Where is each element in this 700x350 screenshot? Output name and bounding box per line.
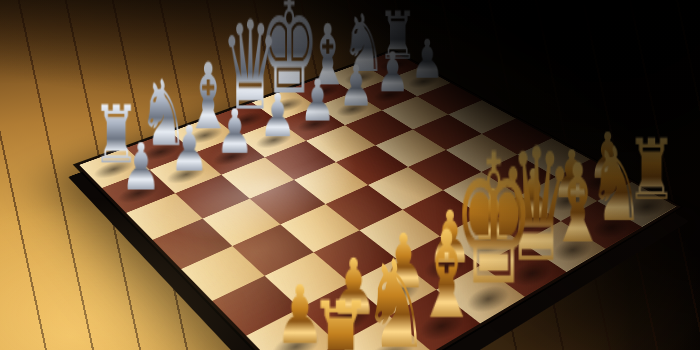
piece-gold-rook: ♜ (234, 295, 448, 350)
board-3d-scene: ♜♞♝♛♚♝♞♜♟♟♟♟♟♟♟♟♟♟♟♟♟♟♟♟♜♞♝♚♛♝♞♜ (0, 0, 700, 350)
cell-r8c1: ♜ (282, 346, 381, 350)
chess-board: ♜♞♝♛♚♝♞♜♟♟♟♟♟♟♟♟♟♟♟♟♟♟♟♟♜♞♝♚♛♝♞♜ (75, 50, 680, 350)
chess-photo-scene: ♜♞♝♛♚♝♞♜♟♟♟♟♟♟♟♟♟♟♟♟♟♟♟♟♜♞♝♚♛♝♞♜ (0, 0, 700, 350)
piece-silver-pawn: ♟ (59, 138, 223, 196)
